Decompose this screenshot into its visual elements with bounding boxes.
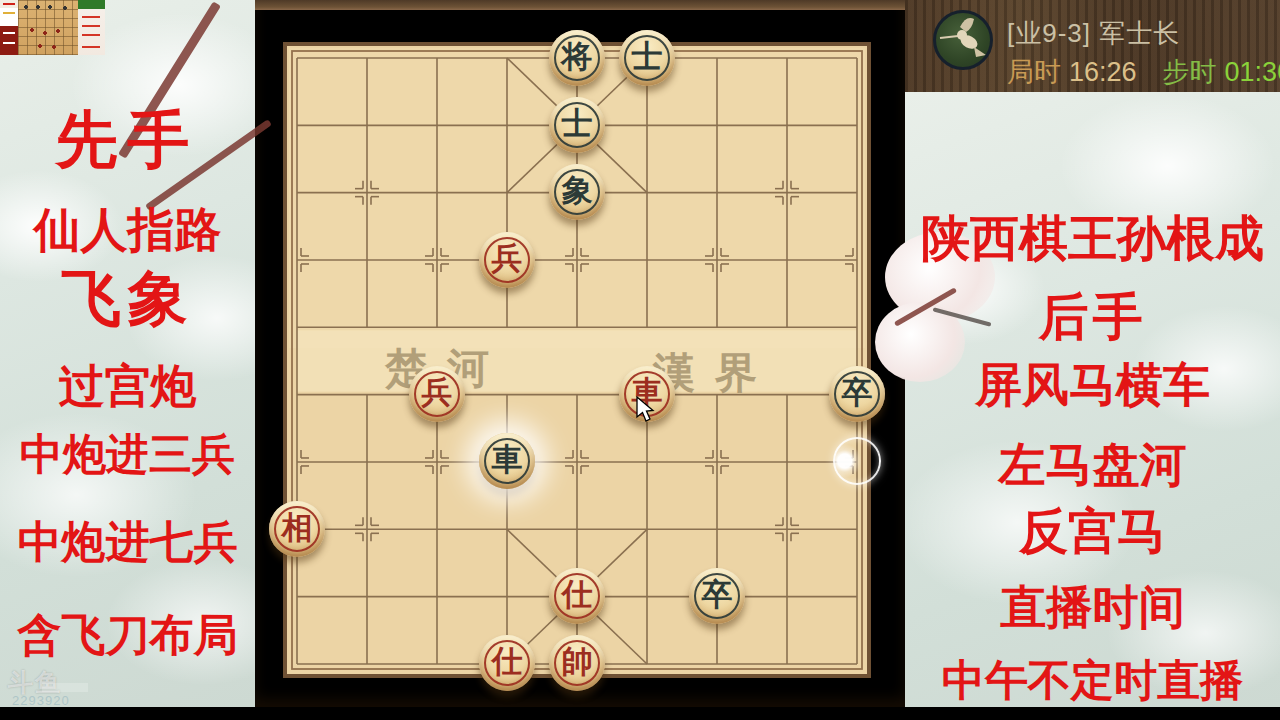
douyu-watermark: 斗鱼 2293920 (8, 666, 62, 699)
piece-glyph: 帥 (562, 641, 593, 683)
piece-glyph: 士 (632, 36, 663, 78)
piece-glyph: 象 (562, 170, 593, 212)
xiangqi-board-area: 楚河 漢界 将士士象兵兵車卒車相仕卒仕帥 (255, 0, 905, 707)
move-time-label: 步时 (1163, 57, 1217, 87)
piece-black-soldier[interactable]: 卒 (689, 568, 745, 624)
thumbnail-text-mark (82, 16, 100, 18)
right-line-houshou: 后手 (905, 292, 1280, 343)
piece-glyph: 仕 (492, 641, 523, 683)
left-line-opening-3: 过宫炮 (0, 363, 255, 410)
left-info-panel: 先手 仙人指路 飞象 过宫炮 中炮进三兵 中炮进七兵 含飞刀布局 斗鱼 2293… (0, 0, 255, 707)
piece-glyph: 卒 (702, 574, 733, 616)
xiangqi-board: 将士士象兵兵車卒車相仕卒仕帥 (262, 24, 892, 697)
thumbnail-text-mark (3, 32, 15, 34)
thumbnail-green-chip (78, 0, 105, 9)
piece-glyph: 兵 (422, 372, 453, 414)
player-avatar[interactable] (933, 10, 993, 70)
left-line-opening-6: 含飞刀布局 (0, 613, 255, 658)
thumbnail-text-mark (82, 25, 100, 27)
piece-glyph: 士 (562, 103, 593, 145)
player-name: [业9-3] 军士长 (1007, 16, 1180, 51)
right-line-opening-2: 左马盘河 (905, 441, 1280, 489)
thumbnail-left-strip (0, 0, 18, 55)
thumbnail-right-strip (78, 0, 105, 55)
thumbnail-text-mark (82, 46, 100, 48)
left-line-xianshou: 先手 (0, 108, 255, 171)
bottom-letterbox-bar (0, 707, 1280, 720)
piece-glyph: 将 (562, 36, 593, 78)
left-line-opening-5: 中炮进七兵 (0, 520, 255, 565)
right-line-opening-3: 反宫马 (905, 507, 1280, 557)
game-time-label: 局时 (1007, 57, 1061, 87)
move-time-value: 01:30 (1225, 57, 1280, 87)
left-line-opening-1: 仙人指路 (0, 206, 255, 254)
piece-black-advisor[interactable]: 士 (549, 97, 605, 153)
piece-glyph: 車 (492, 439, 523, 481)
piece-red-elephant[interactable]: 相 (269, 501, 325, 557)
piece-glyph: 相 (282, 507, 313, 549)
player-banner: [业9-3] 军士长 局时16:26步时01:30 (905, 0, 1280, 92)
right-line-schedule-1: 中午不定时直播 (905, 659, 1280, 703)
right-info-panel: 陕西棋王孙根成 后手 屏风马横车 左马盘河 反宫马 直播时间 中午不定时直播 晚… (905, 92, 1280, 707)
piece-red-advisor[interactable]: 仕 (479, 635, 535, 691)
left-line-opening-4: 中炮进三兵 (0, 433, 255, 477)
piece-black-general[interactable]: 将 (549, 30, 605, 86)
piece-red-general[interactable]: 帥 (549, 635, 605, 691)
thumbnail-text-mark (3, 3, 15, 5)
thumbnail-text-mark (3, 42, 15, 44)
douyu-room-id: 2293920 (12, 693, 70, 708)
piece-black-advisor[interactable]: 士 (619, 30, 675, 86)
piece-red-advisor[interactable]: 仕 (549, 568, 605, 624)
thumbnail-text-mark (82, 34, 100, 36)
move-target-hint[interactable] (833, 437, 881, 485)
piece-red-soldier[interactable]: 兵 (409, 366, 465, 422)
douyu-room-label (42, 683, 88, 692)
piece-black-chariot[interactable]: 車 (479, 433, 535, 489)
hummingbird-icon (936, 13, 990, 67)
right-line-opening-1: 屏风马横车 (905, 361, 1280, 409)
right-line-title: 陕西棋王孙根成 (905, 214, 1280, 264)
piece-black-elephant[interactable]: 象 (549, 164, 605, 220)
game-time-value: 16:26 (1069, 57, 1137, 87)
piece-glyph: 兵 (492, 238, 523, 280)
piece-red-soldier[interactable]: 兵 (479, 232, 535, 288)
piece-glyph: 仕 (562, 574, 593, 616)
thumbnail-text-mark (3, 12, 15, 14)
left-line-opening-2: 飞象 (0, 268, 255, 329)
piece-black-soldier[interactable]: 卒 (829, 366, 885, 422)
piece-glyph: 卒 (842, 372, 873, 414)
thumbnail-mini-board (18, 0, 78, 55)
right-line-schedule-title: 直播时间 (905, 584, 1280, 631)
stream-frame: 先手 仙人指路 飞象 过宫炮 中炮进三兵 中炮进七兵 含飞刀布局 斗鱼 2293… (0, 0, 1280, 720)
stream-thumbnail[interactable] (0, 0, 105, 55)
clock-row: 局时16:26步时01:30 (1007, 54, 1280, 90)
mouse-cursor (636, 396, 658, 424)
